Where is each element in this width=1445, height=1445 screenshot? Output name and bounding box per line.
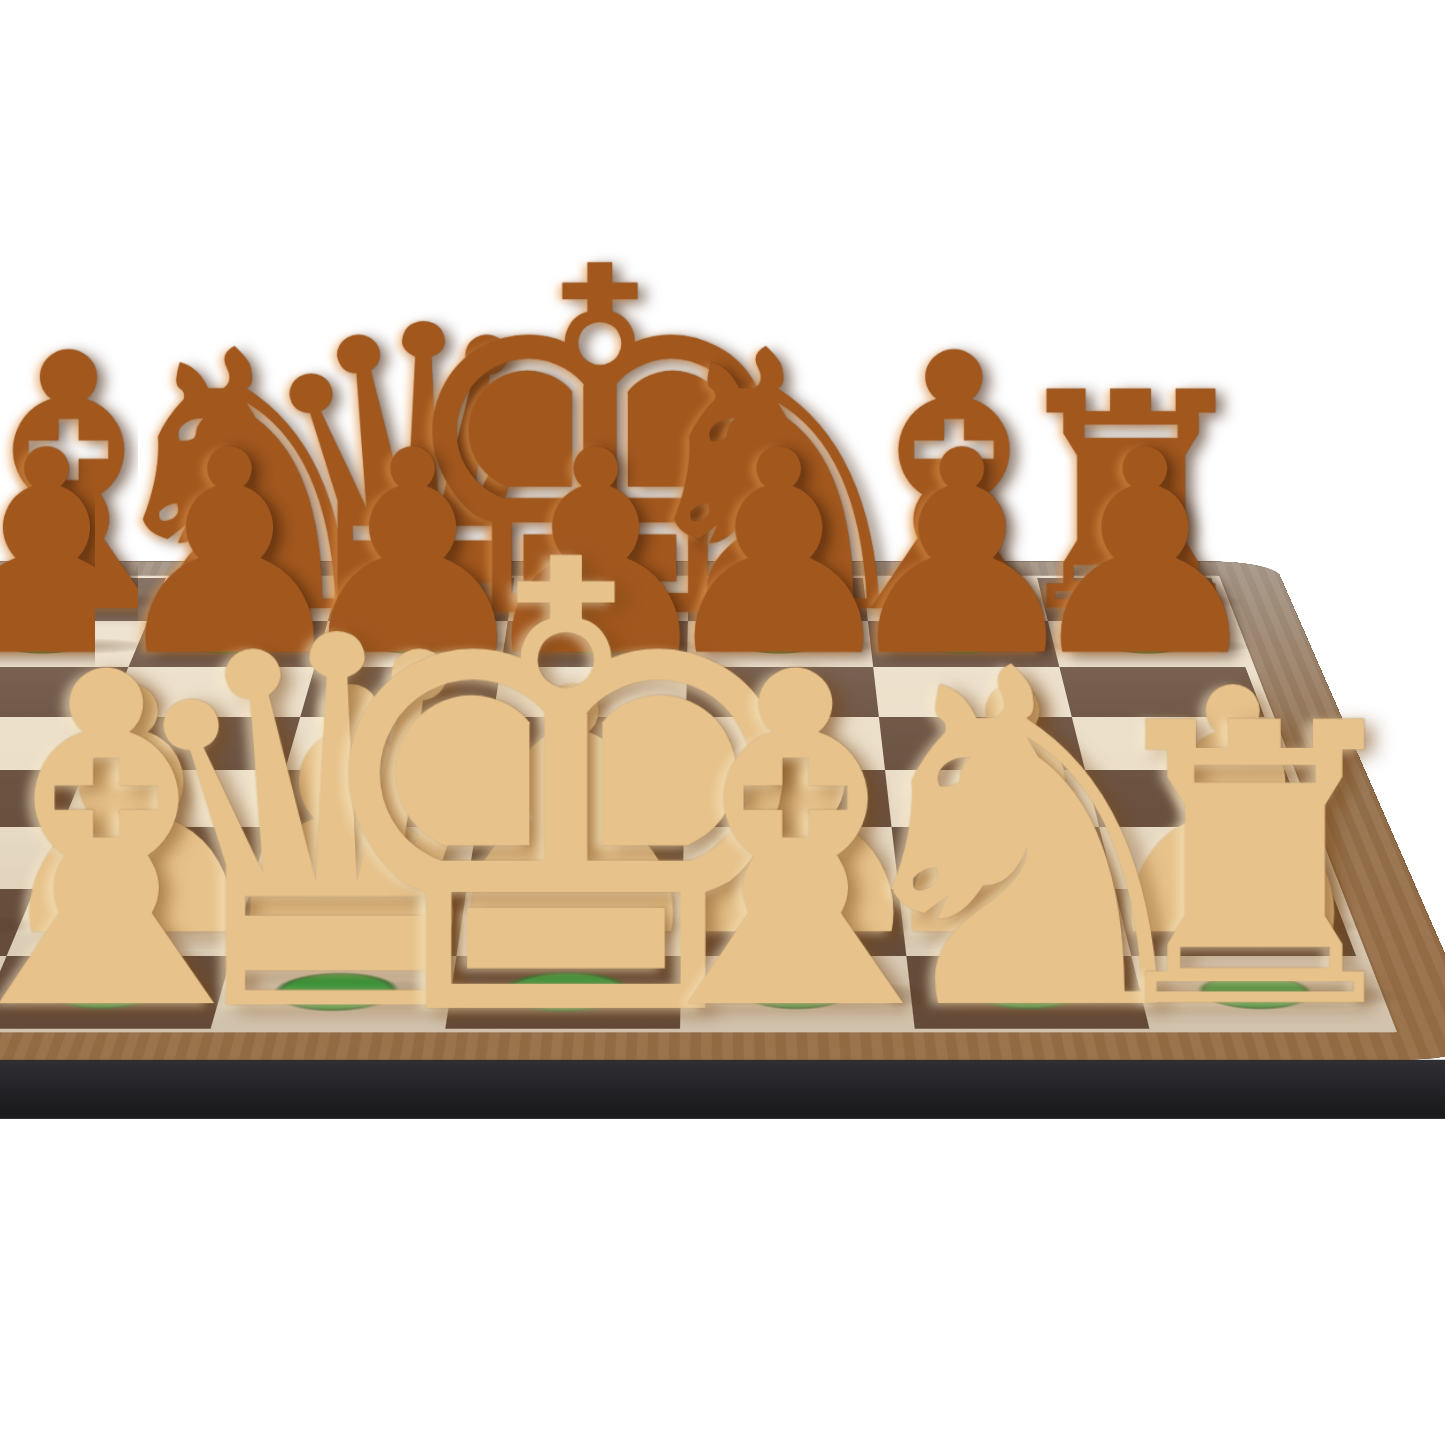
chess-board: ♜♝♞♛♚♞♝♜♟♟♟♟♟♟♟♟♟♟♟♟♟♟♟♟♜♞♝♛♚♝♞♜ [0,561,1445,1059]
pieces-layer: ♜♝♞♛♚♞♝♜♟♟♟♟♟♟♟♟♟♟♟♟♟♟♟♟♜♞♝♛♚♝♞♜ [0,561,1445,1059]
board-underside-edge [0,1060,1445,1119]
product-photo-scene: ♜♝♞♛♚♞♝♜♟♟♟♟♟♟♟♟♟♟♟♟♟♟♟♟♜♞♝♛♚♝♞♜ [0,0,1445,1445]
